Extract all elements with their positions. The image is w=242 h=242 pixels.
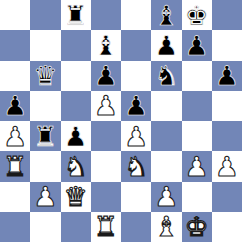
square-f8[interactable]: ♝ xyxy=(151,0,181,30)
piece-black-pawn[interactable]: ♟ xyxy=(154,32,178,59)
piece-black-pawn[interactable]: ♟ xyxy=(215,62,239,89)
chess-board: ♜♝♚♝♟♟♛♟♞♟♟♟♟♟♜♟♟♜♞♞♟♟♟♛♟♜♝♚ xyxy=(0,0,242,242)
piece-black-rook[interactable]: ♜ xyxy=(33,123,57,150)
square-b3[interactable] xyxy=(30,151,60,181)
square-f6[interactable]: ♞ xyxy=(151,61,181,91)
square-h5[interactable] xyxy=(212,91,242,121)
piece-black-queen[interactable]: ♛ xyxy=(33,62,57,89)
square-c7[interactable] xyxy=(61,30,91,60)
piece-white-knight[interactable]: ♞ xyxy=(64,153,88,180)
piece-black-pawn[interactable]: ♟ xyxy=(185,32,209,59)
square-c5[interactable] xyxy=(61,91,91,121)
square-h1[interactable] xyxy=(212,212,242,242)
square-b7[interactable] xyxy=(30,30,60,60)
square-c8[interactable]: ♜ xyxy=(61,0,91,30)
piece-black-pawn[interactable]: ♟ xyxy=(94,62,118,89)
square-c1[interactable] xyxy=(61,212,91,242)
square-b2[interactable]: ♟ xyxy=(30,182,60,212)
piece-black-knight[interactable]: ♞ xyxy=(154,62,178,89)
square-b1[interactable] xyxy=(30,212,60,242)
square-e3[interactable]: ♞ xyxy=(121,151,151,181)
square-c3[interactable]: ♞ xyxy=(61,151,91,181)
piece-white-pawn[interactable]: ♟ xyxy=(3,123,27,150)
square-f4[interactable] xyxy=(151,121,181,151)
piece-white-rook[interactable]: ♜ xyxy=(3,153,27,180)
square-e7[interactable] xyxy=(121,30,151,60)
square-f2[interactable]: ♟ xyxy=(151,182,181,212)
square-d8[interactable] xyxy=(91,0,121,30)
square-g4[interactable] xyxy=(182,121,212,151)
piece-white-king[interactable]: ♚ xyxy=(185,213,209,240)
piece-black-pawn[interactable]: ♟ xyxy=(64,123,88,150)
square-b4[interactable]: ♜ xyxy=(30,121,60,151)
square-b5[interactable] xyxy=(30,91,60,121)
square-g5[interactable] xyxy=(182,91,212,121)
square-g7[interactable]: ♟ xyxy=(182,30,212,60)
square-d7[interactable]: ♝ xyxy=(91,30,121,60)
square-d4[interactable] xyxy=(91,121,121,151)
square-h3[interactable]: ♟ xyxy=(212,151,242,181)
square-d2[interactable] xyxy=(91,182,121,212)
square-c2[interactable]: ♛ xyxy=(61,182,91,212)
square-h6[interactable]: ♟ xyxy=(212,61,242,91)
square-b6[interactable]: ♛ xyxy=(30,61,60,91)
square-g1[interactable]: ♚ xyxy=(182,212,212,242)
square-a2[interactable] xyxy=(0,182,30,212)
square-d5[interactable]: ♟ xyxy=(91,91,121,121)
piece-white-pawn[interactable]: ♟ xyxy=(185,153,209,180)
piece-black-rook[interactable]: ♜ xyxy=(64,2,88,29)
piece-white-pawn[interactable]: ♟ xyxy=(154,183,178,210)
square-h2[interactable] xyxy=(212,182,242,212)
square-h8[interactable] xyxy=(212,0,242,30)
square-h4[interactable] xyxy=(212,121,242,151)
square-c4[interactable]: ♟ xyxy=(61,121,91,151)
square-g6[interactable] xyxy=(182,61,212,91)
piece-white-knight[interactable]: ♞ xyxy=(124,153,148,180)
square-e1[interactable] xyxy=(121,212,151,242)
piece-white-bishop[interactable]: ♝ xyxy=(154,213,178,240)
piece-white-rook[interactable]: ♜ xyxy=(94,213,118,240)
square-e8[interactable] xyxy=(121,0,151,30)
square-d1[interactable]: ♜ xyxy=(91,212,121,242)
piece-white-queen[interactable]: ♛ xyxy=(64,183,88,210)
square-e5[interactable]: ♟ xyxy=(121,91,151,121)
square-a7[interactable] xyxy=(0,30,30,60)
square-f3[interactable] xyxy=(151,151,181,181)
square-f1[interactable]: ♝ xyxy=(151,212,181,242)
piece-white-pawn[interactable]: ♟ xyxy=(215,153,239,180)
piece-white-pawn[interactable]: ♟ xyxy=(33,183,57,210)
square-a4[interactable]: ♟ xyxy=(0,121,30,151)
square-a1[interactable] xyxy=(0,212,30,242)
piece-black-bishop[interactable]: ♝ xyxy=(154,2,178,29)
square-b8[interactable] xyxy=(30,0,60,30)
square-d3[interactable] xyxy=(91,151,121,181)
square-e6[interactable] xyxy=(121,61,151,91)
piece-white-pawn[interactable]: ♟ xyxy=(94,92,118,119)
square-e2[interactable] xyxy=(121,182,151,212)
piece-black-bishop[interactable]: ♝ xyxy=(94,32,118,59)
square-e4[interactable]: ♟ xyxy=(121,121,151,151)
square-d6[interactable]: ♟ xyxy=(91,61,121,91)
piece-black-king[interactable]: ♚ xyxy=(185,2,209,29)
square-a6[interactable] xyxy=(0,61,30,91)
square-a3[interactable]: ♜ xyxy=(0,151,30,181)
piece-white-pawn[interactable]: ♟ xyxy=(124,123,148,150)
square-g2[interactable] xyxy=(182,182,212,212)
square-h7[interactable] xyxy=(212,30,242,60)
square-g8[interactable]: ♚ xyxy=(182,0,212,30)
piece-black-pawn[interactable]: ♟ xyxy=(3,92,27,119)
square-a5[interactable]: ♟ xyxy=(0,91,30,121)
square-f5[interactable] xyxy=(151,91,181,121)
piece-black-pawn[interactable]: ♟ xyxy=(124,92,148,119)
square-f7[interactable]: ♟ xyxy=(151,30,181,60)
square-a8[interactable] xyxy=(0,0,30,30)
square-g3[interactable]: ♟ xyxy=(182,151,212,181)
square-c6[interactable] xyxy=(61,61,91,91)
